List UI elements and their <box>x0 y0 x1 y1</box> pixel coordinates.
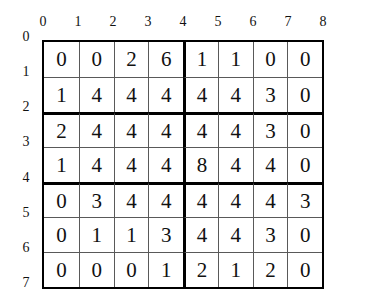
cell-r6c4: 2 <box>183 252 218 287</box>
cell-r0c5: 1 <box>218 42 253 77</box>
row-label-5: 5 <box>19 206 33 220</box>
cell-r4c6: 4 <box>253 182 288 217</box>
cell-r3c7: 0 <box>287 147 322 182</box>
col-label-1: 1 <box>75 15 82 29</box>
cell-r6c5: 1 <box>218 252 253 287</box>
cell-r2c2: 4 <box>114 112 149 147</box>
cell-r3c1: 4 <box>79 147 114 182</box>
cell-r4c2: 4 <box>114 182 149 217</box>
grid-figure: 0026110014444430244444301444844003444443… <box>0 0 381 305</box>
cell-r3c2: 4 <box>114 147 149 182</box>
cell-r4c7: 3 <box>287 182 322 217</box>
cell-r2c7: 0 <box>287 112 322 147</box>
cell-r0c6: 0 <box>253 42 288 77</box>
cell-r2c3: 4 <box>148 112 183 147</box>
row-label-7: 7 <box>19 276 33 290</box>
col-label-5: 5 <box>215 15 222 29</box>
cell-r2c1: 4 <box>79 112 114 147</box>
cell-r6c3: 1 <box>148 252 183 287</box>
cell-r5c3: 3 <box>148 217 183 252</box>
cell-r4c0: 0 <box>44 182 79 217</box>
row-label-0: 0 <box>19 30 33 44</box>
cell-r6c6: 2 <box>253 252 288 287</box>
cell-r0c4: 1 <box>183 42 218 77</box>
board: 0026110014444430244444301444844003444443… <box>42 40 324 289</box>
row-label-6: 6 <box>19 241 33 255</box>
cell-r4c5: 4 <box>218 182 253 217</box>
cell-r4c3: 4 <box>148 182 183 217</box>
cell-r3c4: 8 <box>183 147 218 182</box>
cell-r1c6: 3 <box>253 77 288 112</box>
cell-r1c2: 4 <box>114 77 149 112</box>
row-label-3: 3 <box>19 135 33 149</box>
col-label-0: 0 <box>40 15 47 29</box>
cell-r0c0: 0 <box>44 42 79 77</box>
cell-r2c0: 2 <box>44 112 79 147</box>
cell-r1c4: 4 <box>183 77 218 112</box>
cell-r3c5: 4 <box>218 147 253 182</box>
cell-r1c3: 4 <box>148 77 183 112</box>
cell-r4c4: 4 <box>183 182 218 217</box>
row-label-4: 4 <box>19 171 33 185</box>
cell-r3c3: 4 <box>148 147 183 182</box>
cell-r1c5: 4 <box>218 77 253 112</box>
col-label-7: 7 <box>285 15 292 29</box>
cell-r5c6: 3 <box>253 217 288 252</box>
cell-r6c7: 0 <box>287 252 322 287</box>
row-label-2: 2 <box>19 100 33 114</box>
col-label-8: 8 <box>320 15 327 29</box>
cell-r5c7: 0 <box>287 217 322 252</box>
cell-r5c2: 1 <box>114 217 149 252</box>
row-label-1: 1 <box>19 65 33 79</box>
cell-r5c1: 1 <box>79 217 114 252</box>
cell-r2c5: 4 <box>218 112 253 147</box>
cell-r0c2: 2 <box>114 42 149 77</box>
cell-r6c1: 0 <box>79 252 114 287</box>
cell-r3c0: 1 <box>44 147 79 182</box>
cell-r1c7: 0 <box>287 77 322 112</box>
cell-r0c3: 6 <box>148 42 183 77</box>
cell-r2c6: 3 <box>253 112 288 147</box>
cell-r5c0: 0 <box>44 217 79 252</box>
cell-r5c5: 4 <box>218 217 253 252</box>
col-label-4: 4 <box>180 15 187 29</box>
cell-r3c6: 4 <box>253 147 288 182</box>
cell-r0c1: 0 <box>79 42 114 77</box>
col-label-3: 3 <box>145 15 152 29</box>
cell-r1c0: 1 <box>44 77 79 112</box>
cell-r4c1: 3 <box>79 182 114 217</box>
cell-r2c4: 4 <box>183 112 218 147</box>
cell-r5c4: 4 <box>183 217 218 252</box>
col-label-6: 6 <box>250 15 257 29</box>
cell-r6c2: 0 <box>114 252 149 287</box>
col-label-2: 2 <box>110 15 117 29</box>
cell-r1c1: 4 <box>79 77 114 112</box>
cell-r6c0: 0 <box>44 252 79 287</box>
cell-r0c7: 0 <box>287 42 322 77</box>
